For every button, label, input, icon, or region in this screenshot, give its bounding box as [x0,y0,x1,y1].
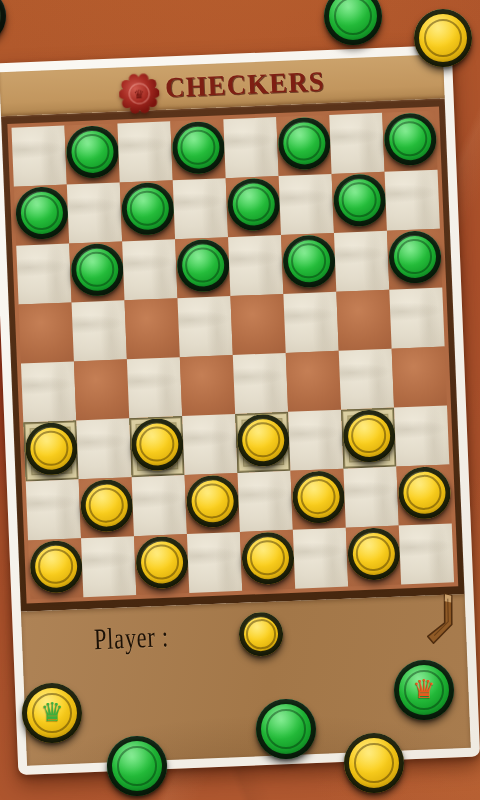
square-r7c4[interactable] [185,473,240,534]
square-r7c2[interactable] [79,477,134,538]
green-piece[interactable] [176,238,230,292]
game-card: ♛ CHECKERS Player : [0,45,480,775]
square-r5c1 [21,361,76,422]
player-turn-piece [238,611,284,657]
app-title: CHECKERS [165,65,326,104]
square-r8c8 [399,523,454,584]
green-piece[interactable] [332,173,386,227]
yellow-piece[interactable] [79,478,133,532]
green-piece[interactable] [383,112,437,166]
decor-green-piece-top [324,0,382,45]
square-r5c2[interactable] [74,359,129,420]
square-r6c2 [76,418,131,479]
green-piece[interactable] [171,120,225,174]
square-r4c8 [389,288,444,349]
square-r2c2 [67,182,122,243]
square-r5c5 [233,353,288,414]
green-piece[interactable] [120,181,174,235]
square-r8c2 [81,536,136,597]
green-piece[interactable] [65,124,119,178]
square-r6c6 [288,410,343,471]
square-r5c7 [339,349,394,410]
square-r1c3 [117,121,172,182]
square-r6c3[interactable] [129,416,184,477]
square-r7c1 [26,479,81,540]
checkers-board [11,111,454,600]
status-panel: Player : [21,594,471,766]
square-r1c7 [329,113,384,174]
square-r3c6[interactable] [281,233,336,294]
square-r1c5 [223,117,278,178]
square-r6c4 [182,414,237,475]
square-r5c6[interactable] [286,351,341,412]
square-r1c2[interactable] [64,123,119,184]
square-r3c5 [228,235,283,296]
green-piece[interactable] [277,116,331,170]
yellow-piece[interactable] [29,539,83,593]
square-r3c1 [16,244,71,305]
square-r4c2 [72,300,127,361]
square-r8c7[interactable] [346,526,401,587]
square-r8c6 [293,528,348,589]
green-piece[interactable] [282,234,336,288]
square-r6c7[interactable] [341,408,396,469]
square-r1c8[interactable] [382,111,437,172]
green-piece[interactable] [387,230,441,284]
square-r5c8[interactable] [392,347,447,408]
green-piece[interactable] [70,242,124,296]
square-r4c7[interactable] [336,290,391,351]
square-r3c2[interactable] [69,241,124,302]
svg-text:♛: ♛ [134,87,145,101]
player-turn-label: Player : [93,620,169,657]
yellow-piece[interactable] [185,474,239,528]
yellow-piece[interactable] [291,470,345,524]
decor-dark-piece-top-left [0,0,6,44]
square-r4c5[interactable] [230,294,285,355]
square-r4c6 [283,292,338,353]
square-r4c3[interactable] [125,298,180,359]
square-r2c5[interactable] [226,176,281,237]
square-r3c3 [122,239,177,300]
square-r7c8[interactable] [396,464,451,525]
yellow-piece[interactable] [346,526,400,580]
square-r1c4[interactable] [170,119,225,180]
square-r8c1[interactable] [28,538,83,599]
board-frame [1,98,465,611]
yellow-piece[interactable] [342,409,396,463]
square-r4c1[interactable] [19,302,74,363]
yellow-piece[interactable] [397,465,451,519]
square-r2c7[interactable] [332,172,387,233]
square-r8c3[interactable] [134,534,189,595]
app-screen: ♛ CHECKERS Player : ♛♛ [0,0,480,800]
square-r1c6[interactable] [276,115,331,176]
square-r8c5[interactable] [240,530,295,591]
wax-seal-icon: ♛ [119,70,161,118]
square-r4c4 [177,296,232,357]
square-r2c4 [173,178,228,239]
square-r3c7 [334,231,389,292]
square-r6c1[interactable] [23,420,78,481]
square-r2c1[interactable] [14,185,69,246]
green-piece[interactable] [14,185,68,239]
square-r7c5 [238,471,293,532]
yellow-piece[interactable] [236,413,290,467]
square-r7c7 [343,467,398,528]
green-piece[interactable] [226,177,280,231]
square-r3c4[interactable] [175,237,230,298]
yellow-piece[interactable] [130,417,184,471]
square-r1c1 [11,126,66,187]
square-r5c4[interactable] [180,355,235,416]
square-r2c3[interactable] [120,180,175,241]
square-r7c6[interactable] [290,469,345,530]
yellow-piece[interactable] [240,531,294,585]
square-r2c6 [279,174,334,235]
square-r6c8 [394,405,449,466]
square-r6c5[interactable] [235,412,290,473]
square-r2c8 [385,170,440,231]
wooden-stick-icon [420,590,460,651]
yellow-piece[interactable] [24,421,78,475]
square-r5c3 [127,357,182,418]
square-r7c3 [132,475,187,536]
yellow-piece[interactable] [135,535,189,589]
square-r3c8[interactable] [387,229,442,290]
square-r8c4 [187,532,242,593]
